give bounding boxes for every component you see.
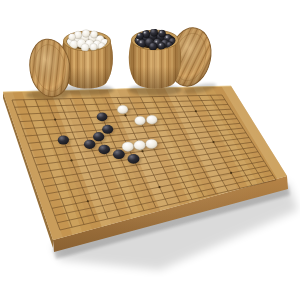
black-stone: [84, 140, 95, 149]
black-stone: [97, 112, 108, 121]
white-stone: [135, 116, 146, 125]
black-stone: [113, 150, 125, 160]
black-stone: [58, 135, 69, 144]
star-point: [230, 172, 232, 174]
black-stone: [93, 132, 104, 141]
white-stone: [146, 115, 157, 124]
star-point: [195, 110, 197, 112]
go-set-product-photo: [0, 0, 300, 300]
star-point: [54, 118, 56, 120]
star-point: [124, 114, 126, 116]
white-stone: [122, 142, 134, 151]
star-point: [70, 159, 72, 161]
star-point: [158, 186, 160, 188]
black-stone: [102, 125, 113, 134]
white-stone: [146, 139, 158, 148]
black-stone: [98, 145, 110, 154]
white-stone: [117, 105, 128, 114]
black-stone: [127, 154, 139, 164]
star-point: [212, 141, 214, 143]
star-point: [87, 200, 89, 202]
white-stone: [134, 141, 146, 150]
go-set-illustration: [0, 0, 300, 300]
